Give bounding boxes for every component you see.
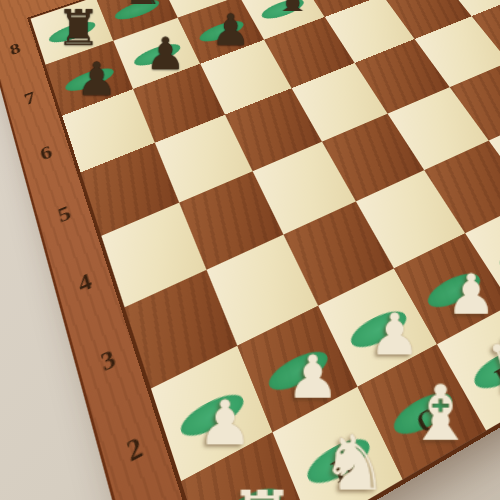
piece-white-pawn-c2[interactable]: ♟ (349, 306, 439, 364)
rank-label-5: 5 (35, 193, 95, 237)
rank-label-3: 3 (74, 333, 141, 389)
piece-white-pawn-a2[interactable]: ♟ (177, 392, 274, 454)
piece-black-pawn-a7[interactable]: ♟ (61, 56, 133, 102)
piece-white-rook-a1[interactable]: ♜ (210, 481, 314, 500)
rank-label-7: 7 (3, 81, 56, 116)
photo-backdrop: 12345678 ♜♞♝♛♚♝♞♜♟♟♟♟♟♟♟♟♟♟♟♟♟♟♟♟♜♞♝♛♚♝♞… (0, 0, 500, 500)
rank-label-2: 2 (98, 418, 170, 482)
rank-label-8: 8 (0, 34, 40, 66)
square-b6[interactable] (133, 64, 225, 143)
piece-white-knight-b1[interactable]: ♞ (305, 426, 405, 500)
board-frame: 12345678 ♜♞♝♛♚♝♞♜♟♟♟♟♟♟♟♟♟♟♟♟♟♟♟♟♜♞♝♛♚♝♞… (0, 0, 500, 500)
chessboard: 12345678 ♜♞♝♛♚♝♞♜♟♟♟♟♟♟♟♟♟♟♟♟♟♟♟♟♜♞♝♛♚♝♞… (0, 0, 500, 500)
piece-black-knight-b8[interactable]: ♞ (111, 0, 177, 29)
piece-black-pawn-b7[interactable]: ♟ (131, 31, 201, 75)
piece-white-bishop-c1[interactable]: ♝ (392, 376, 489, 452)
piece-black-pawn-c7[interactable]: ♟ (197, 8, 265, 51)
piece-black-rook-a8[interactable]: ♜ (44, 3, 112, 52)
piece-white-pawn-b2[interactable]: ♟ (266, 347, 359, 407)
piece-black-pawn-d7[interactable]: ♟ (260, 0, 326, 28)
rank-label-6: 6 (18, 134, 74, 173)
rank-label-4: 4 (53, 259, 116, 308)
